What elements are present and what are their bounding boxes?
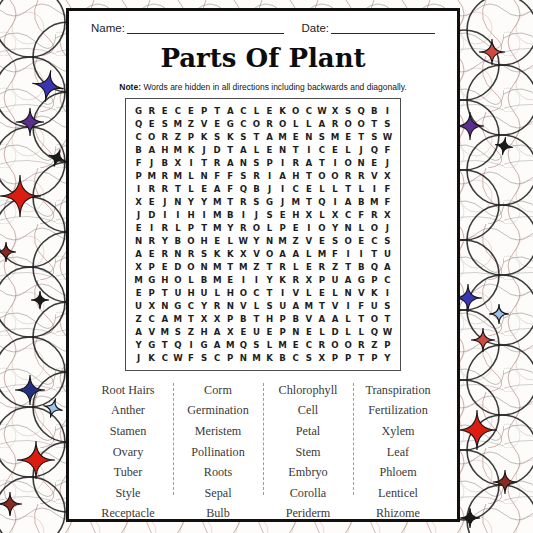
grid-cell: O [145, 130, 158, 143]
grid-cell: M [250, 352, 263, 365]
grid-cell: N [237, 352, 250, 365]
grid-cell: N [237, 156, 250, 169]
grid-cell: E [289, 339, 302, 352]
grid-cell: P [145, 287, 158, 300]
grid-cell: N [198, 169, 211, 182]
grid-cell: O [342, 156, 355, 169]
grid-cell: T [355, 130, 368, 143]
word-item: Tuber [114, 462, 143, 483]
grid-cell: Q [368, 261, 381, 274]
word-item: Embryo [288, 462, 327, 483]
grid-cell: E [158, 261, 171, 274]
grid-cell: C [315, 143, 328, 156]
grid-cell: C [381, 274, 394, 287]
grid-cell: U [328, 274, 341, 287]
grid-cell: P [198, 104, 211, 117]
grid-cell: O [184, 261, 197, 274]
word-item: Germination [187, 401, 249, 422]
grid-cell: T [315, 156, 328, 169]
grid-cell: Q [315, 195, 328, 208]
grid-cell: B [158, 156, 171, 169]
word-item: Phloem [379, 462, 416, 483]
grid-cell: M [211, 261, 224, 274]
word-item: Rhizome [376, 504, 420, 525]
grid-cell: I [184, 339, 197, 352]
grid-cell: T [381, 313, 394, 326]
grid-cell: F [355, 208, 368, 221]
grid-cell: S [302, 352, 315, 365]
grid-cell: P [224, 352, 237, 365]
grid-cell: K [211, 248, 224, 261]
grid-cell: E [289, 130, 302, 143]
grid-cell: V [237, 300, 250, 313]
grid-cell: S [315, 130, 328, 143]
grid-cell: I [263, 169, 276, 182]
grid-cell: Z [368, 339, 381, 352]
grid-cell: I [276, 156, 289, 169]
grid-cell: I [302, 143, 315, 156]
grid-cell: I [342, 248, 355, 261]
grid-cell: K [368, 287, 381, 300]
grid-cell: G [263, 195, 276, 208]
grid-cell: C [342, 208, 355, 221]
grid-cell: T [315, 300, 328, 313]
grid-cell: S [328, 234, 341, 247]
grid-cell: E [302, 261, 315, 274]
grid-cell: O [237, 287, 250, 300]
grid-cell: J [276, 195, 289, 208]
grid-cell: T [198, 156, 211, 169]
column-divider [263, 383, 264, 495]
grid-cell: C [237, 104, 250, 117]
grid-cell: K [276, 104, 289, 117]
grid-cell: A [302, 156, 315, 169]
grid-cell: L [263, 221, 276, 234]
grid-cell: I [171, 208, 184, 221]
grid-cell: L [328, 287, 341, 300]
worksheet-panel: Name: Date: Parts Of Plant Note: Words a… [66, 8, 460, 522]
grid-cell: J [158, 195, 171, 208]
grid-cell: X [237, 248, 250, 261]
grid-cell: T [355, 313, 368, 326]
grid-cell: T [171, 182, 184, 195]
grid-cell: Y [263, 274, 276, 287]
grid-cell: I [355, 248, 368, 261]
grid-cell: S [237, 169, 250, 182]
grid-cell: E [263, 326, 276, 339]
grid-cell: P [368, 352, 381, 365]
grid-cell: N [198, 261, 211, 274]
word-item: Xylem [381, 421, 414, 442]
grid-cell: R [328, 117, 341, 130]
grid-cell: X [198, 313, 211, 326]
grid-cell: Y [328, 221, 341, 234]
grid-cell: H [158, 274, 171, 287]
grid-cell: B [132, 143, 145, 156]
word-item: Corm [204, 380, 232, 401]
grid-cell: T [250, 313, 263, 326]
grid-cell: T [263, 287, 276, 300]
grid-cell: N [355, 156, 368, 169]
grid-cell: C [211, 352, 224, 365]
grid-cell: M [368, 195, 381, 208]
grid-cell: L [250, 104, 263, 117]
grid-cell: A [211, 326, 224, 339]
grid-cell: L [302, 117, 315, 130]
grid-cell: X [224, 326, 237, 339]
grid-cell: A [328, 313, 341, 326]
instructions-note: Note: Words are hidden in all directions… [69, 82, 457, 92]
grid-cell: B [171, 234, 184, 247]
word-item: Chlorophyll [279, 380, 338, 401]
grid-cell: U [198, 287, 211, 300]
grid-cell: P [184, 221, 197, 234]
grid-cell: O [171, 274, 184, 287]
grid-cell: C [289, 352, 302, 365]
grid-cell: S [342, 104, 355, 117]
grid-cell: L [171, 221, 184, 234]
grid-cell: E [211, 234, 224, 247]
grid-cell: C [237, 117, 250, 130]
grid-cell: I [184, 156, 197, 169]
grid-cell: I [368, 182, 381, 195]
grid-cell: R [289, 274, 302, 287]
grid-cell: M [224, 339, 237, 352]
word-item: Meristem [195, 421, 242, 442]
grid-cell: P [342, 352, 355, 365]
grid-cell: T [198, 221, 211, 234]
grid-cell: I [328, 195, 341, 208]
grid-cell: F [381, 182, 394, 195]
grid-cell: V [328, 300, 341, 313]
grid-cell: H [184, 287, 197, 300]
grid-cell: H [289, 169, 302, 182]
grid-cell: F [184, 352, 197, 365]
grid-cell: Z [250, 261, 263, 274]
grid-cell: T [368, 248, 381, 261]
grid-cell: I [237, 208, 250, 221]
grid-cell: Q [368, 143, 381, 156]
grid-cell: V [250, 248, 263, 261]
word-item: Roots [204, 462, 232, 483]
grid-cell: S [198, 352, 211, 365]
grid-cell: H [263, 313, 276, 326]
grid-cell: J [132, 352, 145, 365]
grid-cell: U [368, 300, 381, 313]
grid-cell: M [276, 339, 289, 352]
grid-cell: V [355, 287, 368, 300]
grid-cell: L [184, 182, 197, 195]
grid-cell: E [263, 143, 276, 156]
grid-cell: P [184, 130, 197, 143]
word-item: Cell [298, 401, 318, 422]
grid-cell: S [263, 300, 276, 313]
grid-cell: E [315, 234, 328, 247]
grid-cell: T [289, 143, 302, 156]
grid-cell: F [224, 169, 237, 182]
grid-cell: F [381, 195, 394, 208]
page-title: Parts Of Plant [69, 43, 457, 73]
grid-cell: E [276, 208, 289, 221]
grid-cell: S [237, 130, 250, 143]
grid-cell: S [171, 326, 184, 339]
grid-cell: F [132, 156, 145, 169]
grid-cell: T [158, 339, 171, 352]
column-divider [353, 383, 354, 495]
grid-cell: M [315, 248, 328, 261]
grid-cell: V [289, 287, 302, 300]
grid-cell: R [211, 300, 224, 313]
grid-cell: O [342, 117, 355, 130]
word-search-grid: GRECEPTACLEKOCWXSQBIQESMZVEGCOROLLAROOTS… [132, 104, 394, 365]
grid-cell: K [198, 130, 211, 143]
grid-cell: E [355, 234, 368, 247]
grid-cell: P [381, 339, 394, 352]
grid-cell: Y [158, 234, 171, 247]
grid-cell: A [211, 182, 224, 195]
grid-cell: Q [368, 326, 381, 339]
grid-cell: B [237, 313, 250, 326]
grid-cell: I [328, 156, 341, 169]
grid-cell: B [289, 313, 302, 326]
grid-cell: E [224, 274, 237, 287]
grid-cell: S [158, 117, 171, 130]
grid-cell: A [276, 169, 289, 182]
grid-cell: L [224, 234, 237, 247]
grid-cell: D [171, 261, 184, 274]
grid-cell: I [276, 182, 289, 195]
grid-cell: L [250, 300, 263, 313]
grid-cell: L [355, 326, 368, 339]
grid-cell: M [211, 274, 224, 287]
grid-cell: A [289, 248, 302, 261]
grid-cell: E [132, 287, 145, 300]
grid-cell: P [315, 274, 328, 287]
grid-cell: O [184, 234, 197, 247]
grid-cell: R [237, 195, 250, 208]
word-search-grid-box: GRECEPTACLEKOCWXSQBIQESMZVEGCOROLLAROOTS… [125, 98, 401, 371]
grid-cell: I [381, 104, 394, 117]
grid-cell: G [198, 339, 211, 352]
grid-cell: L [184, 169, 197, 182]
grid-cell: K [263, 352, 276, 365]
grid-cell: F [211, 169, 224, 182]
grid-cell: K [224, 130, 237, 143]
grid-cell: X [328, 104, 341, 117]
grid-cell: T [224, 143, 237, 156]
grid-cell: A [276, 248, 289, 261]
grid-cell: V [145, 326, 158, 339]
grid-cell: O [315, 221, 328, 234]
grid-cell: O [328, 169, 341, 182]
grid-cell: R [355, 339, 368, 352]
grid-cell: Y [250, 234, 263, 247]
grid-cell: S [381, 234, 394, 247]
grid-cell: P [263, 156, 276, 169]
grid-cell: Z [289, 234, 302, 247]
grid-cell: G [132, 104, 145, 117]
grid-cell: E [368, 156, 381, 169]
grid-cell: R [145, 182, 158, 195]
grid-cell: C [302, 339, 315, 352]
grid-cell: I [132, 182, 145, 195]
grid-cell: S [381, 117, 394, 130]
grid-cell: R [250, 169, 263, 182]
grid-cell: K [184, 143, 197, 156]
grid-cell: A [224, 104, 237, 117]
grid-cell: H [198, 234, 211, 247]
grid-cell: B [224, 208, 237, 221]
grid-cell: A [381, 261, 394, 274]
grid-cell: N [289, 326, 302, 339]
grid-cell: V [198, 117, 211, 130]
grid-cell: U [171, 287, 184, 300]
grid-cell: J [355, 143, 368, 156]
grid-cell: X [381, 208, 394, 221]
grid-cell: E [302, 182, 315, 195]
grid-cell: N [171, 195, 184, 208]
grid-cell: Q [237, 339, 250, 352]
grid-cell: Y [381, 352, 394, 365]
grid-cell: A [132, 248, 145, 261]
grid-cell: A [211, 339, 224, 352]
grid-cell: C [302, 104, 315, 117]
grid-cell: U [276, 300, 289, 313]
grid-cell: U [132, 300, 145, 313]
word-item: Bulb [206, 504, 230, 525]
grid-cell: O [368, 313, 381, 326]
grid-cell: D [211, 143, 224, 156]
grid-cell: F [328, 248, 341, 261]
grid-cell: U [381, 248, 394, 261]
grid-cell: N [158, 300, 171, 313]
grid-cell: P [132, 169, 145, 182]
grid-cell: B [198, 274, 211, 287]
grid-cell: T [224, 195, 237, 208]
grid-cell: R [289, 156, 302, 169]
grid-cell: M [276, 234, 289, 247]
grid-cell: N [132, 234, 145, 247]
grid-cell: J [250, 208, 263, 221]
grid-cell: J [198, 143, 211, 156]
grid-cell: E [132, 221, 145, 234]
grid-cell: L [289, 117, 302, 130]
word-item: Style [115, 483, 140, 504]
grid-cell: M [171, 313, 184, 326]
grid-cell: S [250, 156, 263, 169]
date-input-line[interactable] [331, 20, 435, 34]
grid-cell: R [342, 169, 355, 182]
word-list-column: Root HairsAntherStamenOvaryTuberStyleRec… [83, 380, 173, 524]
word-item: Lenticel [378, 483, 418, 504]
grid-cell: M [276, 130, 289, 143]
grid-cell: L [315, 208, 328, 221]
grid-cell: L [211, 287, 224, 300]
grid-cell: M [145, 169, 158, 182]
grid-cell: L [302, 287, 315, 300]
word-item: Fertilization [368, 401, 428, 422]
grid-cell: W [171, 352, 184, 365]
grid-cell: A [145, 143, 158, 156]
grid-cell: S [250, 339, 263, 352]
grid-cell: E [289, 221, 302, 234]
grid-cell: H [184, 208, 197, 221]
grid-cell: O [263, 248, 276, 261]
grid-cell: M [302, 300, 315, 313]
grid-cell: W [381, 130, 394, 143]
grid-cell: K [224, 248, 237, 261]
grid-cell: T [355, 352, 368, 365]
grid-cell: A [342, 195, 355, 208]
word-item: Stem [295, 442, 320, 463]
grid-cell: V [302, 313, 315, 326]
grid-cell: M [211, 195, 224, 208]
grid-cell: I [302, 221, 315, 234]
word-item: Petal [296, 421, 320, 442]
grid-cell: X [381, 169, 394, 182]
grid-cell: P [368, 274, 381, 287]
grid-cell: F [381, 143, 394, 156]
grid-cell: T [250, 130, 263, 143]
grid-cell: S [263, 208, 276, 221]
grid-cell: E [145, 248, 158, 261]
grid-cell: E [328, 143, 341, 156]
grid-cell: E [263, 104, 276, 117]
grid-cell: O [328, 339, 341, 352]
grid-cell: T [211, 104, 224, 117]
word-list-column: TranspirationFertilizationXylemLeafPhloe… [353, 380, 443, 524]
grid-cell: U [250, 326, 263, 339]
grid-cell: Q [355, 104, 368, 117]
grid-cell: M [237, 261, 250, 274]
grid-cell: M [171, 117, 184, 130]
grid-cell: L [184, 274, 197, 287]
grid-cell: T [342, 182, 355, 195]
grid-cell: O [289, 104, 302, 117]
grid-cell: T [184, 313, 197, 326]
grid-cell: O [342, 339, 355, 352]
grid-cell: E [302, 326, 315, 339]
grid-cell: O [342, 234, 355, 247]
word-item: Root Hairs [101, 380, 154, 401]
name-input-line[interactable] [127, 20, 284, 34]
grid-cell: G [171, 300, 184, 313]
word-item: Sepal [204, 483, 231, 504]
grid-cell: C [184, 300, 197, 313]
grid-cell: E [342, 130, 355, 143]
grid-cell: Y [224, 221, 237, 234]
grid-cell: R [145, 234, 158, 247]
grid-cell: P [224, 313, 237, 326]
grid-cell: P [276, 313, 289, 326]
grid-cell: A [342, 274, 355, 287]
grid-cell: L [328, 182, 341, 195]
word-item: Leaf [387, 442, 409, 463]
grid-cell: C [368, 234, 381, 247]
grid-cell: C [145, 313, 158, 326]
grid-cell: E [145, 117, 158, 130]
word-item: Receptacle [101, 504, 154, 525]
grid-cell: T [158, 287, 171, 300]
grid-cell: A [158, 313, 171, 326]
grid-cell: L [355, 182, 368, 195]
grid-cell: L [355, 221, 368, 234]
grid-cell: X [145, 300, 158, 313]
grid-cell: E [315, 287, 328, 300]
grid-cell: Y [198, 195, 211, 208]
grid-cell: G [355, 274, 368, 287]
grid-cell: L [342, 143, 355, 156]
